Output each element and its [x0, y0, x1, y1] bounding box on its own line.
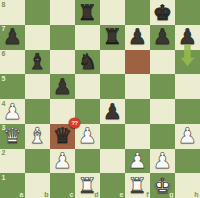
square-g3[interactable]	[150, 124, 175, 149]
piece-black-pawn[interactable]: ♟	[50, 74, 75, 99]
square-f7[interactable]: ♟	[125, 25, 150, 50]
square-c7[interactable]	[50, 25, 75, 50]
square-h2[interactable]	[175, 149, 200, 174]
square-f3[interactable]	[125, 124, 150, 149]
square-g1[interactable]: g♚	[150, 173, 175, 198]
square-c5[interactable]: ♟	[50, 74, 75, 99]
square-b7[interactable]	[25, 25, 50, 50]
square-g7[interactable]: ♟	[150, 25, 175, 50]
square-d5[interactable]	[75, 74, 100, 99]
square-e1[interactable]: e	[100, 173, 125, 198]
square-e2[interactable]	[100, 149, 125, 174]
square-c8[interactable]	[50, 0, 75, 25]
square-e3[interactable]	[100, 124, 125, 149]
square-c1[interactable]: c	[50, 173, 75, 198]
square-g2[interactable]: ♟	[150, 149, 175, 174]
square-f6[interactable]	[125, 50, 150, 75]
square-d8[interactable]: ♜	[75, 0, 100, 25]
piece-black-pawn[interactable]: ♟	[125, 25, 150, 50]
square-a4[interactable]: 4♟	[0, 99, 25, 124]
square-g8[interactable]: ♚	[150, 0, 175, 25]
square-a1[interactable]: 1a	[0, 173, 25, 198]
square-c2[interactable]: ♟	[50, 149, 75, 174]
piece-white-rook[interactable]: ♜	[75, 173, 100, 198]
square-a5[interactable]: 5	[0, 74, 25, 99]
coord-file-c: c	[70, 191, 74, 198]
square-g4[interactable]	[150, 99, 175, 124]
square-h5[interactable]	[175, 74, 200, 99]
piece-white-pawn[interactable]: ♟	[75, 124, 100, 149]
square-f1[interactable]: f♜	[125, 173, 150, 198]
square-d1[interactable]: d♜	[75, 173, 100, 198]
coord-file-b: b	[44, 191, 48, 198]
square-h1[interactable]: h	[175, 173, 200, 198]
square-e4[interactable]: ♟	[100, 99, 125, 124]
piece-white-pawn[interactable]: ♟	[150, 149, 175, 174]
piece-white-pawn[interactable]: ♟	[175, 124, 200, 149]
square-d4[interactable]	[75, 99, 100, 124]
piece-black-pawn[interactable]: ♟	[150, 25, 175, 50]
piece-white-pawn[interactable]: ♟	[125, 149, 150, 174]
piece-white-pawn[interactable]: ♟	[0, 99, 25, 124]
coord-rank-6: 6	[2, 50, 6, 57]
piece-white-queen[interactable]: ♛	[0, 124, 25, 149]
square-f4[interactable]	[125, 99, 150, 124]
square-h8[interactable]	[175, 0, 200, 25]
square-a6[interactable]: 6	[0, 50, 25, 75]
square-d6[interactable]: ♞	[75, 50, 100, 75]
square-e5[interactable]	[100, 74, 125, 99]
square-a7[interactable]: 7♟	[0, 25, 25, 50]
square-c3[interactable]: ♛	[50, 124, 75, 149]
square-b8[interactable]	[25, 0, 50, 25]
piece-black-pawn[interactable]: ♟	[0, 25, 25, 50]
piece-black-bishop[interactable]: ♝	[25, 50, 50, 75]
square-d3[interactable]: ♟	[75, 124, 100, 149]
piece-black-rook[interactable]: ♜	[100, 25, 125, 50]
square-b4[interactable]	[25, 99, 50, 124]
square-e6[interactable]	[100, 50, 125, 75]
square-c4[interactable]	[50, 99, 75, 124]
piece-white-pawn[interactable]: ♟	[50, 149, 75, 174]
coord-rank-8: 8	[2, 1, 6, 8]
square-a2[interactable]: 2	[0, 149, 25, 174]
piece-black-king[interactable]: ♚	[150, 0, 175, 25]
coord-rank-5: 5	[2, 75, 6, 82]
piece-white-rook[interactable]: ♜	[125, 173, 150, 198]
square-b5[interactable]	[25, 74, 50, 99]
coord-file-h: h	[194, 191, 198, 198]
piece-black-knight[interactable]: ♞	[75, 50, 100, 75]
square-c6[interactable]	[50, 50, 75, 75]
coord-rank-2: 2	[2, 149, 6, 156]
square-b6[interactable]: ♝	[25, 50, 50, 75]
piece-black-queen[interactable]: ♛	[50, 124, 75, 149]
square-h6[interactable]	[175, 50, 200, 75]
square-h3[interactable]: ♟	[175, 124, 200, 149]
square-f8[interactable]	[125, 0, 150, 25]
chessboard: 8♜♚7♟♜♟♟♟6♝♞5♟4♟♟3♛♝♛♟♟2♟♟♟1abcd♜ef♜g♚h	[0, 0, 200, 198]
square-g6[interactable]	[150, 50, 175, 75]
piece-white-king[interactable]: ♚	[150, 173, 175, 198]
coord-file-a: a	[20, 191, 24, 198]
coord-file-e: e	[120, 191, 124, 198]
square-f5[interactable]	[125, 74, 150, 99]
piece-black-rook[interactable]: ♜	[75, 0, 100, 25]
piece-black-pawn[interactable]: ♟	[100, 99, 125, 124]
square-e7[interactable]: ♜	[100, 25, 125, 50]
square-a8[interactable]: 8	[0, 0, 25, 25]
square-b1[interactable]: b	[25, 173, 50, 198]
square-b3[interactable]: ♝	[25, 124, 50, 149]
coord-rank-1: 1	[2, 174, 6, 181]
square-f2[interactable]: ♟	[125, 149, 150, 174]
square-a3[interactable]: 3♛	[0, 124, 25, 149]
chessboard-stage: 8♜♚7♟♜♟♟♟6♝♞5♟4♟♟3♛♝♛♟♟2♟♟♟1abcd♜ef♜g♚h …	[0, 0, 200, 198]
square-g5[interactable]	[150, 74, 175, 99]
square-h4[interactable]	[175, 99, 200, 124]
square-d7[interactable]	[75, 25, 100, 50]
square-h7[interactable]: ♟	[175, 25, 200, 50]
square-b2[interactable]	[25, 149, 50, 174]
piece-white-bishop[interactable]: ♝	[25, 124, 50, 149]
square-d2[interactable]	[75, 149, 100, 174]
square-e8[interactable]	[100, 0, 125, 25]
piece-black-pawn[interactable]: ♟	[175, 25, 200, 50]
